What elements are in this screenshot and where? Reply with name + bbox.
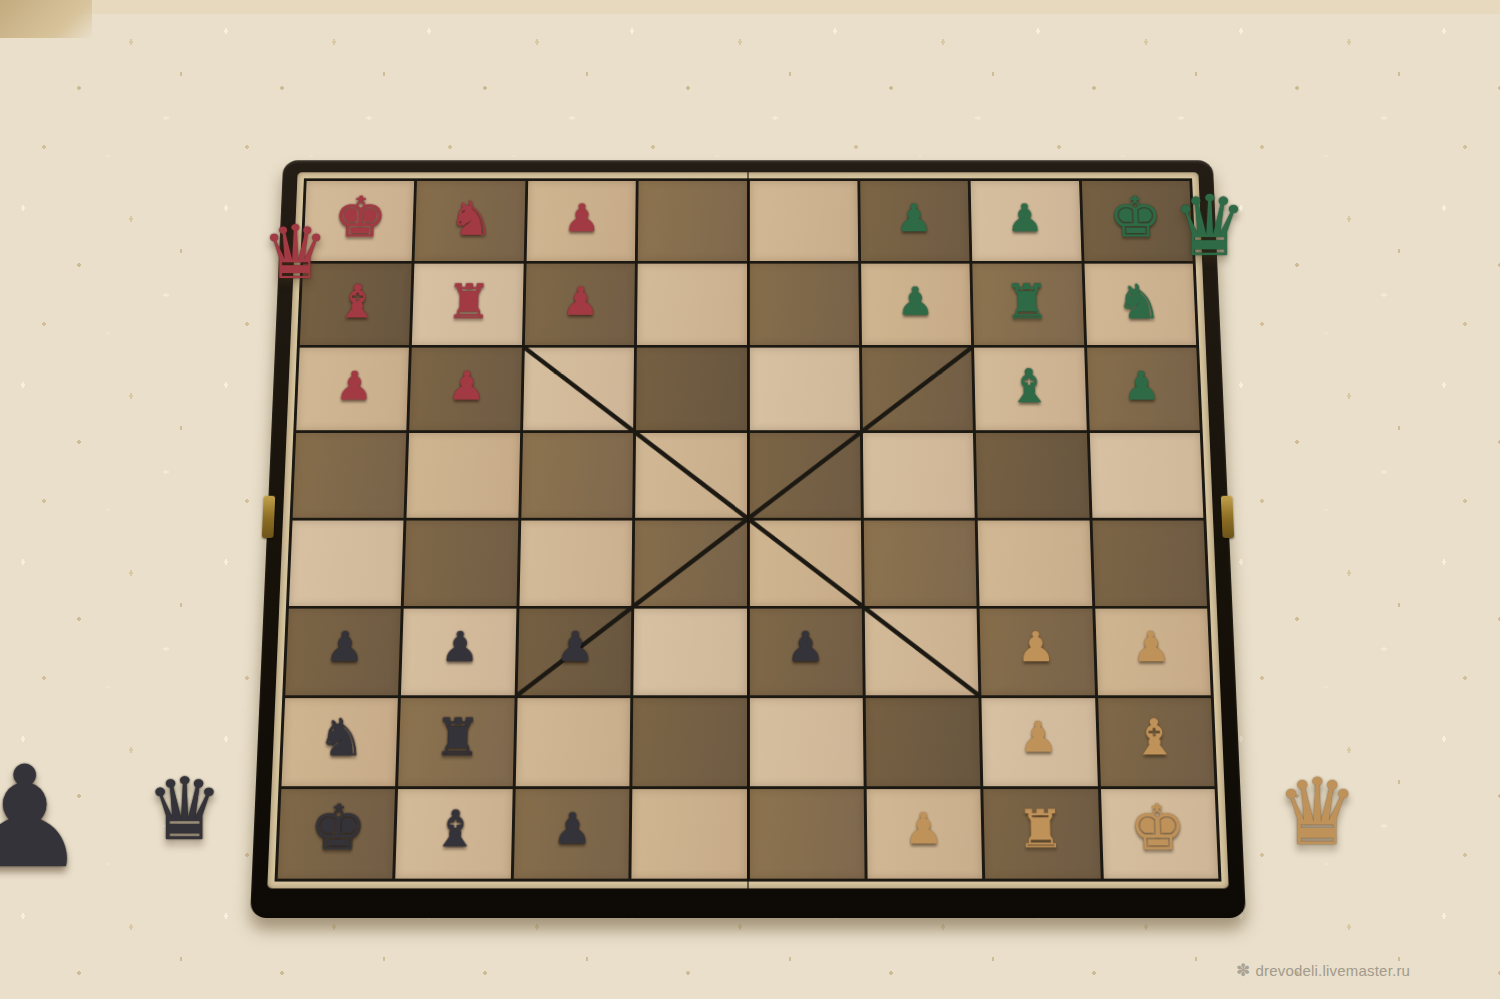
piece-red-queen-offboard[interactable]: ♛ [262, 216, 328, 290]
piece-green-pawn[interactable]: ♟ [895, 200, 933, 238]
piece-black-pawn[interactable]: ♟ [325, 627, 365, 668]
piece-green-rook[interactable]: ♜ [1004, 278, 1051, 326]
board-frame: ♚♞♟♟♟♚♝♜♟♟♜♞♟♟♝♟♟♟♟♟♟♟♞♜♟♝♚♝♟♟♜♚ [250, 160, 1246, 918]
piece-natural-bishop[interactable]: ♝ [1131, 712, 1179, 762]
piece-natural-pawn[interactable]: ♟ [904, 808, 944, 851]
piece-red-pawn[interactable]: ♟ [335, 367, 374, 406]
piece-black-knight[interactable]: ♞ [317, 711, 367, 763]
piece-black-pawn[interactable]: ♟ [556, 627, 595, 668]
watermark: ✽ drevodeli.livemaster.ru [1236, 960, 1410, 981]
hinge-right-icon [1221, 496, 1234, 538]
piece-black-pawn[interactable]: ♟ [440, 627, 480, 668]
piece-black-pawn[interactable]: ♟ [786, 627, 825, 668]
piece-red-king[interactable]: ♚ [332, 190, 388, 246]
hinge-left-icon [262, 496, 275, 538]
livemaster-logo-icon: ✽ [1236, 960, 1250, 981]
wall-edge [0, 0, 1500, 14]
piece-black-bishop[interactable]: ♝ [431, 803, 479, 854]
pieces-layer: ♚♞♟♟♟♚♝♜♟♟♜♞♟♟♝♟♟♟♟♟♟♟♞♜♟♝♚♝♟♟♜♚ [278, 181, 1219, 879]
piece-black-king[interactable]: ♚ [309, 796, 368, 858]
piece-green-bishop[interactable]: ♝ [1006, 363, 1052, 410]
piece-red-pawn[interactable]: ♟ [562, 283, 600, 322]
piece-green-king[interactable]: ♚ [1108, 190, 1164, 246]
piece-black-queen-offboard[interactable]: ♛ [146, 766, 223, 852]
piece-green-pawn[interactable]: ♟ [896, 283, 934, 322]
piece-red-knight[interactable]: ♞ [448, 195, 495, 242]
piece-green-pawn[interactable]: ♟ [1122, 367, 1161, 406]
board-grid-border: ♚♞♟♟♟♚♝♜♟♟♜♞♟♟♝♟♟♟♟♟♟♟♞♜♟♝♚♝♟♟♜♚ [275, 178, 1222, 881]
piece-green-knight[interactable]: ♞ [1115, 278, 1163, 326]
board: ♚♞♟♟♟♚♝♜♟♟♜♞♟♟♝♟♟♟♟♟♟♟♞♜♟♝♚♝♟♟♜♚ [250, 160, 1246, 918]
piece-black-pawn-offboard[interactable]: ♟ [0, 748, 88, 888]
piece-green-queen-offboard[interactable]: ♛ [1172, 184, 1247, 268]
piece-black-rook[interactable]: ♜ [433, 711, 482, 763]
piece-red-rook[interactable]: ♜ [445, 278, 492, 326]
watermark-text: drevodeli.livemaster.ru [1255, 962, 1410, 979]
piece-natural-queen-offboard[interactable]: ♛ [1276, 766, 1358, 858]
piece-red-pawn[interactable]: ♟ [447, 367, 486, 406]
board-grid: ♚♞♟♟♟♚♝♜♟♟♜♞♟♟♝♟♟♟♟♟♟♟♞♜♟♝♚♝♟♟♜♚ [278, 181, 1219, 879]
board-margin: ♚♞♟♟♟♚♝♜♟♟♜♞♟♟♝♟♟♟♟♟♟♟♞♜♟♝♚♝♟♟♜♚ [267, 172, 1228, 888]
piece-black-pawn[interactable]: ♟ [552, 808, 592, 851]
table-corner-shadow [0, 0, 92, 38]
piece-red-pawn[interactable]: ♟ [563, 200, 601, 238]
piece-natural-king[interactable]: ♚ [1128, 796, 1187, 858]
piece-natural-pawn[interactable]: ♟ [1131, 627, 1171, 668]
piece-natural-pawn[interactable]: ♟ [1018, 717, 1058, 759]
piece-natural-rook[interactable]: ♜ [1016, 802, 1065, 854]
piece-natural-pawn[interactable]: ♟ [1016, 627, 1056, 668]
piece-red-bishop[interactable]: ♝ [334, 279, 380, 325]
piece-green-pawn[interactable]: ♟ [1006, 200, 1044, 238]
